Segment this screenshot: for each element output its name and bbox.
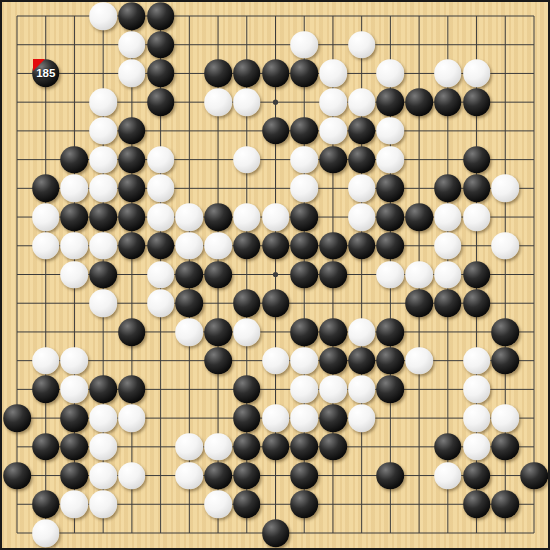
black-stone	[233, 376, 261, 404]
white-stone	[377, 117, 405, 145]
black-stone	[32, 175, 60, 203]
black-stone	[262, 433, 290, 461]
black-stone	[463, 175, 491, 203]
black-stone	[61, 433, 89, 461]
white-stone	[348, 376, 376, 404]
black-stone	[463, 88, 491, 116]
white-stone	[61, 376, 89, 404]
black-stone	[434, 175, 462, 203]
black-stone	[377, 318, 405, 346]
black-stone	[147, 232, 175, 260]
black-stone	[61, 146, 89, 174]
white-stone	[491, 404, 519, 432]
white-stone	[176, 433, 204, 461]
white-stone	[89, 2, 117, 30]
black-stone	[233, 60, 261, 88]
black-stone	[147, 31, 175, 59]
white-stone	[204, 88, 232, 116]
white-stone	[348, 404, 376, 432]
white-stone	[463, 404, 491, 432]
black-stone	[434, 88, 462, 116]
black-stone	[377, 88, 405, 116]
black-stone	[491, 433, 519, 461]
white-stone	[290, 376, 318, 404]
black-stone	[463, 289, 491, 317]
white-stone	[434, 261, 462, 289]
white-stone	[290, 146, 318, 174]
white-stone	[463, 203, 491, 231]
black-stone	[61, 404, 89, 432]
black-stone	[348, 347, 376, 375]
black-stone	[491, 490, 519, 518]
black-stone	[233, 490, 261, 518]
black-stone	[118, 203, 146, 231]
black-stone	[147, 60, 175, 88]
black-stone	[204, 60, 232, 88]
white-stone	[147, 175, 175, 203]
black-stone	[405, 289, 433, 317]
white-stone	[118, 462, 146, 490]
white-stone	[262, 203, 290, 231]
white-stone	[405, 347, 433, 375]
black-stone	[405, 88, 433, 116]
black-stone	[147, 2, 175, 30]
white-stone	[290, 347, 318, 375]
white-stone	[89, 404, 117, 432]
white-stone	[61, 490, 89, 518]
black-stone	[290, 261, 318, 289]
white-stone	[32, 232, 60, 260]
white-stone	[176, 203, 204, 231]
black-stone	[348, 232, 376, 260]
black-stone	[89, 261, 117, 289]
white-stone	[89, 117, 117, 145]
white-stone	[32, 347, 60, 375]
white-stone	[118, 60, 146, 88]
black-stone	[262, 60, 290, 88]
white-stone	[61, 347, 89, 375]
white-stone	[176, 462, 204, 490]
black-stone	[89, 203, 117, 231]
white-stone	[463, 433, 491, 461]
white-stone	[262, 347, 290, 375]
white-stone	[434, 462, 462, 490]
black-stone	[89, 376, 117, 404]
white-stone	[491, 175, 519, 203]
black-stone	[377, 175, 405, 203]
white-stone	[89, 175, 117, 203]
black-stone	[176, 261, 204, 289]
white-stone	[147, 289, 175, 317]
black-stone	[290, 232, 318, 260]
black-stone	[204, 462, 232, 490]
black-stone	[176, 289, 204, 317]
white-stone	[61, 261, 89, 289]
black-stone	[32, 376, 60, 404]
black-stone	[377, 203, 405, 231]
black-stone	[290, 203, 318, 231]
black-stone	[348, 146, 376, 174]
black-stone	[377, 462, 405, 490]
white-stone	[147, 203, 175, 231]
black-stone	[204, 318, 232, 346]
white-stone	[89, 88, 117, 116]
black-stone	[3, 462, 31, 490]
black-stone	[319, 146, 347, 174]
black-stone	[290, 433, 318, 461]
white-stone	[348, 31, 376, 59]
black-stone	[491, 318, 519, 346]
white-stone	[348, 88, 376, 116]
white-stone	[319, 88, 347, 116]
white-stone	[319, 60, 347, 88]
black-stone	[118, 318, 146, 346]
black-stone	[290, 318, 318, 346]
white-stone	[377, 261, 405, 289]
black-stone	[147, 88, 175, 116]
white-stone	[89, 289, 117, 317]
white-stone	[262, 404, 290, 432]
white-stone	[89, 232, 117, 260]
white-stone	[405, 261, 433, 289]
white-stone	[233, 203, 261, 231]
last-move-triangle-marker	[33, 59, 45, 71]
black-stone	[463, 490, 491, 518]
white-stone	[348, 203, 376, 231]
black-stone	[61, 203, 89, 231]
black-stone	[262, 289, 290, 317]
white-stone	[319, 117, 347, 145]
white-stone	[89, 490, 117, 518]
white-stone	[233, 88, 261, 116]
black-stone	[233, 433, 261, 461]
black-stone	[118, 232, 146, 260]
black-stone	[118, 117, 146, 145]
white-stone	[147, 146, 175, 174]
black-stone	[290, 490, 318, 518]
black-stone	[348, 117, 376, 145]
white-stone	[233, 146, 261, 174]
black-stone	[233, 289, 261, 317]
black-stone	[118, 175, 146, 203]
black-stone	[233, 404, 261, 432]
black-stone	[520, 462, 548, 490]
white-stone	[491, 232, 519, 260]
black-stone	[377, 232, 405, 260]
white-stone	[61, 175, 89, 203]
white-stone	[118, 31, 146, 59]
white-stone	[233, 318, 261, 346]
white-stone	[204, 490, 232, 518]
white-stone	[377, 146, 405, 174]
white-stone	[290, 404, 318, 432]
black-stone	[3, 404, 31, 432]
black-stone	[319, 261, 347, 289]
white-stone	[434, 203, 462, 231]
black-stone	[319, 433, 347, 461]
white-stone	[290, 175, 318, 203]
white-stone	[61, 232, 89, 260]
black-stone	[319, 404, 347, 432]
black-stone	[463, 261, 491, 289]
black-stone	[61, 462, 89, 490]
black-stone	[32, 433, 60, 461]
black-stone	[290, 462, 318, 490]
white-stone	[348, 175, 376, 203]
black-stone	[463, 462, 491, 490]
white-stone	[32, 203, 60, 231]
black-stone	[377, 347, 405, 375]
black-stone	[463, 146, 491, 174]
black-stone	[491, 347, 519, 375]
white-stone	[176, 318, 204, 346]
white-stone	[348, 318, 376, 346]
white-stone	[147, 261, 175, 289]
white-stone	[463, 376, 491, 404]
white-stone	[463, 347, 491, 375]
black-stone	[319, 232, 347, 260]
black-stone	[262, 519, 290, 547]
black-stone	[233, 462, 261, 490]
black-stone	[118, 2, 146, 30]
white-stone	[204, 232, 232, 260]
black-stone	[290, 117, 318, 145]
black-stone	[204, 203, 232, 231]
white-stone	[89, 462, 117, 490]
white-stone	[434, 232, 462, 260]
white-stone	[319, 376, 347, 404]
black-stone	[118, 376, 146, 404]
white-stone	[118, 404, 146, 432]
black-stone	[233, 232, 261, 260]
white-stone	[463, 60, 491, 88]
white-stone	[434, 60, 462, 88]
black-stone	[319, 318, 347, 346]
black-stone	[319, 347, 347, 375]
black-stone	[290, 60, 318, 88]
black-stone	[377, 376, 405, 404]
white-stone	[176, 232, 204, 260]
black-stone	[204, 347, 232, 375]
black-stone	[118, 146, 146, 174]
white-stone	[377, 60, 405, 88]
black-stone	[262, 117, 290, 145]
white-stone	[89, 146, 117, 174]
white-stone	[290, 31, 318, 59]
go-board[interactable]: 185	[0, 0, 550, 550]
black-stone	[434, 433, 462, 461]
black-stone	[262, 232, 290, 260]
white-stone	[32, 519, 60, 547]
black-stone	[405, 203, 433, 231]
white-stone	[89, 433, 117, 461]
black-stone	[32, 490, 60, 518]
black-stone	[204, 261, 232, 289]
white-stone	[204, 433, 232, 461]
black-stone	[434, 289, 462, 317]
